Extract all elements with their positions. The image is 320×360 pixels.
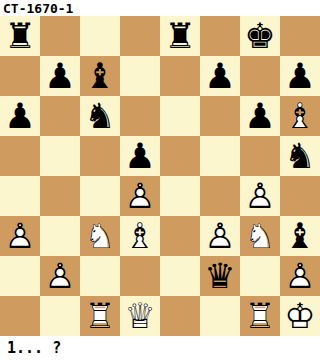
square-c7[interactable]: ♝	[80, 56, 120, 96]
chess-board[interactable]: ♜♜♚♟♝♟♟♟♞♟♝♗♟♞♟♙♟♙♟♙♞♘♝♗♟♙♞♘♝♟♙♛♟♙♜♖♛♕♜♖…	[0, 16, 320, 336]
white-pawn-d4: ♙	[120, 176, 160, 216]
square-b1[interactable]	[40, 296, 80, 336]
square-a8[interactable]: ♜	[0, 16, 40, 56]
square-g8[interactable]: ♚	[240, 16, 280, 56]
black-queen-f2: ♛	[200, 256, 240, 296]
white-pawn-h2: ♙	[280, 256, 320, 296]
white-bishop-h6: ♗	[280, 96, 320, 136]
square-h2[interactable]: ♟♙	[280, 256, 320, 296]
square-d1[interactable]: ♛♕	[120, 296, 160, 336]
square-a3[interactable]: ♟♙	[0, 216, 40, 256]
white-king-h1: ♔	[280, 296, 320, 336]
square-e4[interactable]	[160, 176, 200, 216]
square-b2[interactable]: ♟♙	[40, 256, 80, 296]
square-c1[interactable]: ♜♖	[80, 296, 120, 336]
white-pawn-a3: ♙	[0, 216, 40, 256]
square-c6[interactable]: ♞	[80, 96, 120, 136]
square-f6[interactable]	[200, 96, 240, 136]
square-h8[interactable]	[280, 16, 320, 56]
square-c3[interactable]: ♞♘	[80, 216, 120, 256]
white-knight-c3: ♘	[80, 216, 120, 256]
square-d3[interactable]: ♝♗	[120, 216, 160, 256]
square-d6[interactable]	[120, 96, 160, 136]
square-a7[interactable]	[0, 56, 40, 96]
square-b7[interactable]: ♟	[40, 56, 80, 96]
square-d5[interactable]: ♟	[120, 136, 160, 176]
square-d2[interactable]	[120, 256, 160, 296]
square-g1[interactable]: ♜♖	[240, 296, 280, 336]
square-h1[interactable]: ♚♔	[280, 296, 320, 336]
black-bishop-h3: ♝	[280, 216, 320, 256]
square-a2[interactable]	[0, 256, 40, 296]
square-g5[interactable]	[240, 136, 280, 176]
square-b3[interactable]	[40, 216, 80, 256]
square-f2[interactable]: ♛	[200, 256, 240, 296]
square-h6[interactable]: ♝♗	[280, 96, 320, 136]
move-prompt: 1... ?	[0, 339, 61, 357]
square-b8[interactable]	[40, 16, 80, 56]
black-pawn-b7: ♟	[40, 56, 80, 96]
square-e8[interactable]: ♜	[160, 16, 200, 56]
square-b6[interactable]	[40, 96, 80, 136]
square-b5[interactable]	[40, 136, 80, 176]
white-rook-g1: ♖	[240, 296, 280, 336]
square-b4[interactable]	[40, 176, 80, 216]
square-e5[interactable]	[160, 136, 200, 176]
square-g4[interactable]: ♟♙	[240, 176, 280, 216]
puzzle-id: CT-1670-1	[0, 1, 73, 16]
white-rook-c1: ♖	[80, 296, 120, 336]
black-rook-e8: ♜	[160, 16, 200, 56]
square-a1[interactable]	[0, 296, 40, 336]
square-f5[interactable]	[200, 136, 240, 176]
square-e7[interactable]	[160, 56, 200, 96]
square-h4[interactable]	[280, 176, 320, 216]
black-knight-h5: ♞	[280, 136, 320, 176]
square-f8[interactable]	[200, 16, 240, 56]
black-pawn-a6: ♟	[0, 96, 40, 136]
black-knight-c6: ♞	[80, 96, 120, 136]
square-c2[interactable]	[80, 256, 120, 296]
square-h7[interactable]: ♟	[280, 56, 320, 96]
square-h3[interactable]: ♝	[280, 216, 320, 256]
white-queen-d1: ♕	[120, 296, 160, 336]
title-bar: CT-1670-1	[0, 0, 320, 16]
square-a5[interactable]	[0, 136, 40, 176]
square-f3[interactable]: ♟♙	[200, 216, 240, 256]
white-pawn-b2: ♙	[40, 256, 80, 296]
square-f4[interactable]	[200, 176, 240, 216]
square-g7[interactable]	[240, 56, 280, 96]
black-king-g8: ♚	[240, 16, 280, 56]
square-g2[interactable]	[240, 256, 280, 296]
square-c8[interactable]	[80, 16, 120, 56]
black-rook-a8: ♜	[0, 16, 40, 56]
square-c5[interactable]	[80, 136, 120, 176]
chess-puzzle-window: CT-1670-1 ♜♜♚♟♝♟♟♟♞♟♝♗♟♞♟♙♟♙♟♙♞♘♝♗♟♙♞♘♝♟…	[0, 0, 320, 360]
black-bishop-c7: ♝	[80, 56, 120, 96]
square-d8[interactable]	[120, 16, 160, 56]
square-f1[interactable]	[200, 296, 240, 336]
square-e2[interactable]	[160, 256, 200, 296]
square-a4[interactable]	[0, 176, 40, 216]
black-pawn-g6: ♟	[240, 96, 280, 136]
square-g6[interactable]: ♟	[240, 96, 280, 136]
black-pawn-h7: ♟	[280, 56, 320, 96]
square-a6[interactable]: ♟	[0, 96, 40, 136]
square-e1[interactable]	[160, 296, 200, 336]
square-e6[interactable]	[160, 96, 200, 136]
white-pawn-f3: ♙	[200, 216, 240, 256]
square-d4[interactable]: ♟♙	[120, 176, 160, 216]
square-f7[interactable]: ♟	[200, 56, 240, 96]
square-h5[interactable]: ♞	[280, 136, 320, 176]
white-knight-g3: ♘	[240, 216, 280, 256]
black-pawn-d5: ♟	[120, 136, 160, 176]
caption-bar: 1... ?	[0, 336, 320, 360]
white-bishop-d3: ♗	[120, 216, 160, 256]
white-pawn-g4: ♙	[240, 176, 280, 216]
square-g3[interactable]: ♞♘	[240, 216, 280, 256]
square-d7[interactable]	[120, 56, 160, 96]
black-pawn-f7: ♟	[200, 56, 240, 96]
square-e3[interactable]	[160, 216, 200, 256]
square-c4[interactable]	[80, 176, 120, 216]
